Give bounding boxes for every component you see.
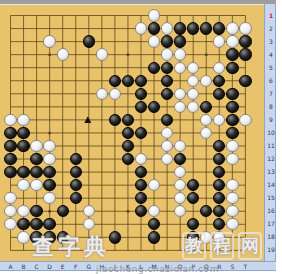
column-label-E: E [58, 264, 68, 270]
column-label-B: B [19, 264, 29, 270]
black-stone [161, 35, 173, 47]
black-stone [17, 127, 29, 139]
watermark-box-cheng: 程 [210, 232, 234, 260]
white-stone [174, 48, 186, 60]
black-stone [122, 75, 134, 87]
black-stone [239, 35, 251, 47]
row-coordinate-strip: 12345678910111213141516171819 [264, 4, 276, 261]
watermark-chazidian: 查字典 [32, 232, 110, 262]
black-stone [30, 153, 42, 165]
white-stone [17, 205, 29, 217]
black-stone [4, 166, 16, 178]
black-stone [239, 75, 251, 87]
black-stone [4, 140, 16, 152]
white-stone [43, 153, 55, 165]
column-label-F: F [71, 264, 81, 270]
white-stone [17, 231, 29, 243]
black-stone [109, 75, 121, 87]
white-stone [17, 179, 29, 191]
black-stone [17, 166, 29, 178]
white-stone [4, 192, 16, 204]
white-stone [43, 35, 55, 47]
white-stone [30, 140, 42, 152]
black-stone [148, 231, 160, 243]
white-stone [17, 114, 29, 126]
white-stone [96, 48, 108, 60]
black-stone [43, 166, 55, 178]
column-label-G: G [84, 264, 94, 270]
black-stone [135, 75, 147, 87]
white-stone [226, 35, 238, 47]
white-stone [239, 22, 251, 34]
white-stone [226, 140, 238, 152]
black-stone [161, 62, 173, 74]
black-stone [239, 48, 251, 60]
black-stone [226, 114, 238, 126]
watermark-jiaochengwang: 教程网 [178, 232, 262, 260]
black-stone [187, 22, 199, 34]
white-stone [226, 205, 238, 217]
white-stone [161, 22, 173, 34]
white-stone [135, 22, 147, 34]
white-stone [57, 48, 69, 60]
column-label-A: A [6, 264, 16, 270]
white-stone [96, 88, 108, 100]
black-stone [226, 88, 238, 100]
triangle-marker: ▲ [84, 115, 91, 124]
white-stone [4, 205, 16, 217]
black-stone [200, 22, 212, 34]
black-stone [135, 88, 147, 100]
black-stone [83, 35, 95, 47]
black-stone [109, 231, 121, 243]
black-stone [4, 153, 16, 165]
go-diagram-screenshot: ▲ 12345678910111213141516171819 ABCDEFGH… [0, 0, 282, 274]
black-stone [226, 48, 238, 60]
black-stone [226, 101, 238, 113]
right-margin [276, 0, 282, 274]
white-stone [43, 140, 55, 152]
black-stone [174, 22, 186, 34]
black-stone [148, 62, 160, 74]
white-stone [226, 22, 238, 34]
black-stone [174, 35, 186, 47]
white-stone [226, 218, 238, 230]
black-stone [17, 140, 29, 152]
white-stone [226, 153, 238, 165]
watermark-url: jiaocheng.chazidian.com [96, 264, 282, 274]
watermark-box-jiao: 教 [182, 232, 206, 260]
black-stone [70, 153, 82, 165]
black-stone [109, 114, 121, 126]
black-stone [226, 127, 238, 139]
black-stone [43, 179, 55, 191]
white-stone [226, 179, 238, 191]
white-stone [226, 192, 238, 204]
go-board: ▲ [0, 5, 264, 261]
white-stone [148, 35, 160, 47]
white-stone [4, 114, 16, 126]
white-stone [239, 114, 251, 126]
watermark-box-wang: 网 [238, 232, 262, 260]
column-label-D: D [45, 264, 55, 270]
white-stone [109, 88, 121, 100]
black-stone [4, 127, 16, 139]
white-stone [161, 48, 173, 60]
white-stone [30, 179, 42, 191]
black-stone [148, 22, 160, 34]
black-stone [226, 62, 238, 74]
column-label-C: C [32, 264, 42, 270]
black-stone [30, 166, 42, 178]
white-stone [148, 9, 160, 21]
